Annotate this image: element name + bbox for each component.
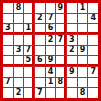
- cell-r4c5-given-2[interactable]: 2: [46, 35, 56, 45]
- cell-r4c3-empty[interactable]: [24, 35, 34, 45]
- cell-r5c2-given-3[interactable]: 3: [14, 46, 24, 56]
- cell-r6c1-empty[interactable]: [3, 56, 13, 66]
- cell-r5c4-empty[interactable]: [35, 46, 45, 56]
- cell-r2c6-empty[interactable]: [56, 14, 66, 24]
- cell-r2c2-empty[interactable]: [14, 14, 24, 24]
- cell-r9c1-empty[interactable]: [3, 88, 13, 98]
- cell-r1c5-empty[interactable]: [46, 3, 56, 13]
- cell-r8c8-empty[interactable]: [78, 78, 88, 88]
- cell-r4c9-empty[interactable]: [88, 35, 98, 45]
- cell-r5c6-empty[interactable]: [56, 46, 66, 56]
- cell-r2c8-empty[interactable]: [78, 14, 88, 24]
- cell-r7c6-empty[interactable]: [56, 67, 66, 77]
- cell-r6c5-given-9[interactable]: 9: [46, 56, 56, 66]
- cell-r2c9-given-4[interactable]: 4: [88, 14, 98, 24]
- cell-r4c7-given-3[interactable]: 3: [67, 35, 77, 45]
- cell-r8c1-given-7[interactable]: 7: [3, 78, 13, 88]
- cell-r5c9-empty[interactable]: [88, 46, 98, 56]
- cell-r5c5-empty[interactable]: [46, 46, 56, 56]
- cell-r8c7-empty[interactable]: [67, 78, 77, 88]
- cell-r9c3-empty[interactable]: [24, 88, 34, 98]
- cell-r8c6-given-8[interactable]: 8: [56, 78, 66, 88]
- cell-r2c1-empty[interactable]: [3, 14, 13, 24]
- cell-r7c3-empty[interactable]: [24, 67, 34, 77]
- cell-r1c4-empty[interactable]: [35, 3, 45, 13]
- cell-r7c9-given-7[interactable]: 7: [88, 67, 98, 77]
- cell-r3c1-given-3[interactable]: 3: [3, 24, 13, 34]
- cell-r2c4-given-2[interactable]: 2: [35, 14, 45, 24]
- cell-r8c9-empty[interactable]: [88, 78, 98, 88]
- cell-r9c7-empty[interactable]: [67, 88, 77, 98]
- cell-r9c8-given-8[interactable]: 8: [78, 88, 88, 98]
- cell-r9c6-empty[interactable]: [56, 88, 66, 98]
- cell-r7c7-given-9[interactable]: 9: [67, 67, 77, 77]
- cell-r4c2-empty[interactable]: [14, 35, 24, 45]
- cell-r7c2-empty[interactable]: [14, 67, 24, 77]
- cell-r5c1-empty[interactable]: [3, 46, 13, 56]
- cell-r6c3-given-5[interactable]: 5: [24, 56, 34, 66]
- cell-r4c1-empty[interactable]: [3, 35, 13, 45]
- cell-r6c2-empty[interactable]: [14, 56, 24, 66]
- cell-r4c6-given-7[interactable]: 7: [56, 35, 66, 45]
- cell-r7c8-empty[interactable]: [78, 67, 88, 77]
- cell-r3c9-empty[interactable]: [88, 24, 98, 34]
- cell-r1c9-empty[interactable]: [88, 3, 98, 13]
- cell-r6c8-empty[interactable]: [78, 56, 88, 66]
- cell-r2c7-empty[interactable]: [67, 14, 77, 24]
- cell-r3c2-empty[interactable]: [14, 24, 24, 34]
- cell-r8c2-empty[interactable]: [14, 78, 24, 88]
- cell-r3c7-empty[interactable]: [67, 24, 77, 34]
- cell-r9c4-given-7[interactable]: 7: [35, 88, 45, 98]
- cell-r1c7-empty[interactable]: [67, 3, 77, 13]
- cell-r9c9-empty[interactable]: [88, 88, 98, 98]
- cell-r3c8-empty[interactable]: [78, 24, 88, 34]
- cell-r7c5-given-4[interactable]: 4: [46, 67, 56, 77]
- cell-r8c5-given-1[interactable]: 1: [46, 78, 56, 88]
- cell-r2c3-empty[interactable]: [24, 14, 34, 24]
- cell-r4c8-empty[interactable]: [78, 35, 88, 45]
- sudoku-puzzle: 8912743162733729569497718278: [0, 0, 101, 101]
- cell-r7c4-empty[interactable]: [35, 67, 45, 77]
- cell-r1c6-given-9[interactable]: 9: [56, 3, 66, 13]
- cell-r1c1-empty[interactable]: [3, 3, 13, 13]
- cell-r3c4-empty[interactable]: [35, 24, 45, 34]
- sudoku-board: 8912743162733729569497718278: [0, 0, 101, 101]
- cell-r5c7-given-2[interactable]: 2: [67, 46, 77, 56]
- cell-r3c3-given-1[interactable]: 1: [24, 24, 34, 34]
- cell-r5c3-given-7[interactable]: 7: [24, 46, 34, 56]
- cell-r9c2-given-2[interactable]: 2: [14, 88, 24, 98]
- cell-r1c2-given-8[interactable]: 8: [14, 3, 24, 13]
- cell-r1c3-empty[interactable]: [24, 3, 34, 13]
- cell-r3c6-empty[interactable]: [56, 24, 66, 34]
- cell-r8c4-empty[interactable]: [35, 78, 45, 88]
- cell-r6c9-empty[interactable]: [88, 56, 98, 66]
- cell-r2c5-given-7[interactable]: 7: [46, 14, 56, 24]
- cell-r8c3-empty[interactable]: [24, 78, 34, 88]
- cell-r7c1-empty[interactable]: [3, 67, 13, 77]
- cell-r5c8-given-9[interactable]: 9: [78, 46, 88, 56]
- cell-r3c5-given-6[interactable]: 6: [46, 24, 56, 34]
- cell-r1c8-given-1[interactable]: 1: [78, 3, 88, 13]
- cell-r6c6-empty[interactable]: [56, 56, 66, 66]
- cell-r6c7-empty[interactable]: [67, 56, 77, 66]
- cell-r9c5-empty[interactable]: [46, 88, 56, 98]
- cell-r6c4-given-6[interactable]: 6: [35, 56, 45, 66]
- cell-r4c4-empty[interactable]: [35, 35, 45, 45]
